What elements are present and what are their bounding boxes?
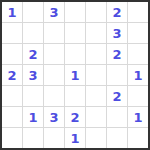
clue-cell-r4c2: 3 (23, 65, 43, 85)
empty-cell-r4c3[interactable] (44, 65, 64, 85)
clue-cell-r7c4: 1 (65, 128, 85, 148)
empty-cell-r2c3[interactable] (44, 23, 64, 43)
empty-cell-r5c4[interactable] (65, 86, 85, 106)
empty-cell-r2c2[interactable] (23, 23, 43, 43)
empty-cell-r6c1[interactable] (2, 107, 22, 127)
empty-cell-r3c4[interactable] (65, 44, 85, 64)
empty-cell-r5c3[interactable] (44, 86, 64, 106)
empty-cell-r4c5[interactable] (86, 65, 106, 85)
clue-cell-r6c4: 2 (65, 107, 85, 127)
clue-cell-r4c4: 1 (65, 65, 85, 85)
empty-cell-r3c1[interactable] (2, 44, 22, 64)
clue-cell-r1c3: 3 (44, 2, 64, 22)
puzzle-board: 1323222311213211 (0, 0, 150, 150)
empty-cell-r1c7[interactable] (128, 2, 148, 22)
empty-cell-r5c2[interactable] (23, 86, 43, 106)
empty-cell-r7c3[interactable] (44, 128, 64, 148)
empty-cell-r6c6[interactable] (107, 107, 127, 127)
empty-cell-r6c5[interactable] (86, 107, 106, 127)
empty-cell-r5c1[interactable] (2, 86, 22, 106)
clue-cell-r3c6: 2 (107, 44, 127, 64)
empty-cell-r2c5[interactable] (86, 23, 106, 43)
empty-cell-r7c7[interactable] (128, 128, 148, 148)
empty-cell-r1c4[interactable] (65, 2, 85, 22)
clue-cell-r6c2: 1 (23, 107, 43, 127)
empty-cell-r3c5[interactable] (86, 44, 106, 64)
clue-cell-r6c3: 3 (44, 107, 64, 127)
clue-cell-r1c6: 2 (107, 2, 127, 22)
empty-cell-r7c5[interactable] (86, 128, 106, 148)
empty-cell-r7c6[interactable] (107, 128, 127, 148)
empty-cell-r2c1[interactable] (2, 23, 22, 43)
empty-cell-r2c4[interactable] (65, 23, 85, 43)
empty-cell-r4c6[interactable] (107, 65, 127, 85)
empty-cell-r7c1[interactable] (2, 128, 22, 148)
empty-cell-r1c5[interactable] (86, 2, 106, 22)
clue-cell-r3c2: 2 (23, 44, 43, 64)
empty-cell-r1c2[interactable] (23, 2, 43, 22)
clue-cell-r1c1: 1 (2, 2, 22, 22)
empty-cell-r3c3[interactable] (44, 44, 64, 64)
clue-cell-r4c1: 2 (2, 65, 22, 85)
clue-cell-r6c7: 1 (128, 107, 148, 127)
clue-cell-r2c6: 3 (107, 23, 127, 43)
clue-cell-r5c6: 2 (107, 86, 127, 106)
empty-cell-r3c7[interactable] (128, 44, 148, 64)
empty-cell-r2c7[interactable] (128, 23, 148, 43)
empty-cell-r7c2[interactable] (23, 128, 43, 148)
empty-cell-r5c7[interactable] (128, 86, 148, 106)
empty-cell-r5c5[interactable] (86, 86, 106, 106)
clue-cell-r4c7: 1 (128, 65, 148, 85)
